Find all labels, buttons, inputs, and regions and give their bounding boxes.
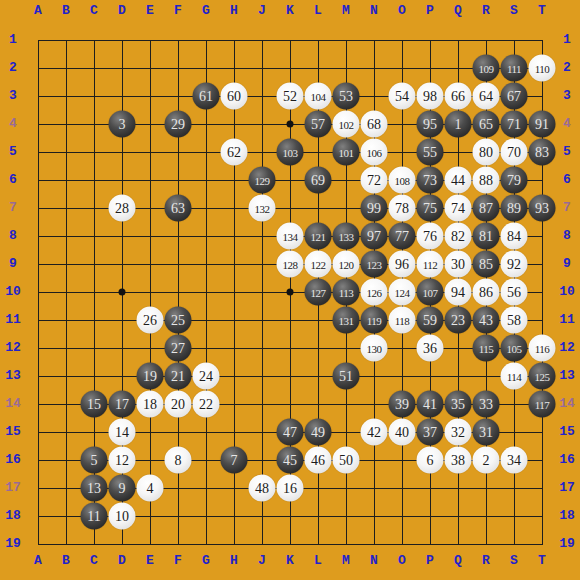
move-number: 116 — [535, 342, 550, 354]
black-stone-M13: 51 — [333, 363, 360, 390]
row-label-left-3: 3 — [3, 88, 23, 104]
move-number: 41 — [423, 396, 437, 412]
move-number: 124 — [395, 286, 410, 298]
row-label-left-7: 7 — [3, 200, 23, 216]
black-stone-M5: 101 — [333, 139, 360, 166]
col-label-bottom-M: M — [336, 553, 356, 569]
move-number: 27 — [171, 340, 185, 356]
row-label-right-6: 6 — [557, 172, 577, 188]
black-stone-K16: 45 — [277, 447, 304, 474]
move-number: 36 — [423, 340, 437, 356]
black-stone-P11: 59 — [417, 307, 444, 334]
col-label-top-L: L — [308, 3, 328, 19]
black-stone-D4: 3 — [109, 111, 136, 138]
black-stone-Q11: 23 — [445, 307, 472, 334]
move-number: 74 — [451, 200, 465, 216]
move-number: 49 — [311, 424, 325, 440]
white-stone-D16: 12 — [109, 447, 136, 474]
white-stone-S11: 58 — [501, 307, 528, 334]
white-stone-E14: 18 — [137, 391, 164, 418]
move-number: 94 — [451, 284, 465, 300]
black-stone-N7: 99 — [361, 195, 388, 222]
move-number: 123 — [367, 258, 382, 270]
move-number: 111 — [507, 62, 521, 74]
white-stone-D18: 10 — [109, 503, 136, 530]
white-stone-J17: 48 — [249, 475, 276, 502]
move-number: 2 — [483, 452, 490, 468]
black-stone-T7: 93 — [529, 195, 556, 222]
move-number: 17 — [115, 396, 129, 412]
move-number: 81 — [479, 228, 493, 244]
move-number: 76 — [423, 228, 437, 244]
col-label-top-D: D — [112, 3, 132, 19]
white-stone-K8: 134 — [277, 223, 304, 250]
black-stone-F12: 27 — [165, 335, 192, 362]
move-number: 71 — [507, 116, 521, 132]
row-label-right-15: 15 — [557, 424, 577, 440]
move-number: 33 — [479, 396, 493, 412]
row-label-left-14: 14 — [3, 396, 23, 412]
move-number: 117 — [535, 398, 550, 410]
goban[interactable]: AABBCCDDEEFFGGHHJJKKLLMMNNOOPPQQRRSSTT11… — [0, 0, 580, 580]
col-label-top-O: O — [392, 3, 412, 19]
move-number: 84 — [507, 228, 521, 244]
black-stone-S6: 79 — [501, 167, 528, 194]
move-number: 55 — [423, 144, 437, 160]
move-number: 25 — [171, 312, 185, 328]
col-label-bottom-F: F — [168, 553, 188, 569]
black-stone-P7: 75 — [417, 195, 444, 222]
black-stone-R14: 33 — [473, 391, 500, 418]
move-number: 37 — [423, 424, 437, 440]
move-number: 26 — [143, 312, 157, 328]
white-stone-G13: 24 — [193, 363, 220, 390]
move-number: 22 — [199, 396, 213, 412]
col-label-bottom-J: J — [252, 553, 272, 569]
white-stone-P16: 6 — [417, 447, 444, 474]
black-stone-M10: 113 — [333, 279, 360, 306]
col-label-top-C: C — [84, 3, 104, 19]
black-stone-D17: 9 — [109, 475, 136, 502]
white-stone-N12: 130 — [361, 335, 388, 362]
move-number: 119 — [367, 314, 382, 326]
white-stone-S8: 84 — [501, 223, 528, 250]
col-label-top-Q: Q — [448, 3, 468, 19]
move-number: 69 — [311, 172, 325, 188]
move-number: 53 — [339, 88, 353, 104]
move-number: 85 — [479, 256, 493, 272]
white-stone-L9: 122 — [305, 251, 332, 278]
row-label-right-1: 1 — [557, 32, 577, 48]
move-number: 54 — [395, 88, 409, 104]
white-stone-J7: 132 — [249, 195, 276, 222]
black-stone-Q14: 35 — [445, 391, 472, 418]
row-label-right-18: 18 — [557, 508, 577, 524]
move-number: 14 — [115, 424, 129, 440]
black-stone-S4: 71 — [501, 111, 528, 138]
col-label-top-T: T — [532, 3, 552, 19]
white-stone-M4: 102 — [333, 111, 360, 138]
move-number: 107 — [423, 286, 438, 298]
col-label-bottom-C: C — [84, 553, 104, 569]
move-number: 115 — [479, 342, 494, 354]
black-stone-E13: 19 — [137, 363, 164, 390]
white-stone-S16: 34 — [501, 447, 528, 474]
move-number: 134 — [283, 230, 298, 242]
move-number: 109 — [479, 62, 494, 74]
white-stone-R10: 86 — [473, 279, 500, 306]
black-stone-M11: 131 — [333, 307, 360, 334]
move-number: 118 — [395, 314, 410, 326]
col-label-top-J: J — [252, 3, 272, 19]
move-number: 20 — [171, 396, 185, 412]
move-number: 82 — [451, 228, 465, 244]
white-stone-Q3: 66 — [445, 83, 472, 110]
move-number: 48 — [255, 480, 269, 496]
white-stone-Q7: 74 — [445, 195, 472, 222]
move-number: 58 — [507, 312, 521, 328]
white-stone-N10: 126 — [361, 279, 388, 306]
black-stone-R15: 31 — [473, 419, 500, 446]
move-number: 46 — [311, 452, 325, 468]
black-stone-L4: 57 — [305, 111, 332, 138]
move-number: 68 — [367, 116, 381, 132]
move-number: 72 — [367, 172, 381, 188]
black-stone-L15: 49 — [305, 419, 332, 446]
move-number: 44 — [451, 172, 465, 188]
black-stone-T4: 91 — [529, 111, 556, 138]
row-label-right-3: 3 — [557, 88, 577, 104]
white-stone-O6: 108 — [389, 167, 416, 194]
black-stone-F11: 25 — [165, 307, 192, 334]
black-stone-P5: 55 — [417, 139, 444, 166]
move-number: 125 — [535, 370, 550, 382]
col-label-bottom-B: B — [56, 553, 76, 569]
black-stone-R11: 43 — [473, 307, 500, 334]
move-number: 120 — [339, 258, 354, 270]
move-number: 99 — [367, 200, 381, 216]
row-label-right-4: 4 — [557, 116, 577, 132]
black-stone-R7: 87 — [473, 195, 500, 222]
black-stone-K5: 103 — [277, 139, 304, 166]
col-label-top-K: K — [280, 3, 300, 19]
white-stone-L3: 104 — [305, 83, 332, 110]
white-stone-Q6: 44 — [445, 167, 472, 194]
col-label-bottom-E: E — [140, 553, 160, 569]
move-number: 83 — [535, 144, 549, 160]
black-stone-P14: 41 — [417, 391, 444, 418]
move-number: 102 — [339, 118, 354, 130]
black-stone-R9: 85 — [473, 251, 500, 278]
row-label-left-1: 1 — [3, 32, 23, 48]
col-label-bottom-O: O — [392, 553, 412, 569]
move-number: 73 — [423, 172, 437, 188]
col-label-top-N: N — [364, 3, 384, 19]
col-label-bottom-P: P — [420, 553, 440, 569]
move-number: 128 — [283, 258, 298, 270]
black-stone-L6: 69 — [305, 167, 332, 194]
white-stone-E11: 26 — [137, 307, 164, 334]
row-label-right-5: 5 — [557, 144, 577, 160]
black-stone-R4: 65 — [473, 111, 500, 138]
move-number: 114 — [507, 370, 522, 382]
white-stone-Q8: 82 — [445, 223, 472, 250]
col-label-bottom-S: S — [504, 553, 524, 569]
move-number: 106 — [367, 146, 382, 158]
move-number: 57 — [311, 116, 325, 132]
black-stone-O8: 77 — [389, 223, 416, 250]
move-number: 96 — [395, 256, 409, 272]
col-label-bottom-T: T — [532, 553, 552, 569]
move-number: 34 — [507, 452, 521, 468]
col-label-bottom-N: N — [364, 553, 384, 569]
white-stone-N15: 42 — [361, 419, 388, 446]
white-stone-D7: 28 — [109, 195, 136, 222]
white-stone-N5: 106 — [361, 139, 388, 166]
row-label-left-17: 17 — [3, 480, 23, 496]
move-number: 75 — [423, 200, 437, 216]
row-label-left-16: 16 — [3, 452, 23, 468]
white-stone-P9: 112 — [417, 251, 444, 278]
white-stone-K3: 52 — [277, 83, 304, 110]
white-stone-R6: 88 — [473, 167, 500, 194]
move-number: 98 — [423, 88, 437, 104]
black-stone-R8: 81 — [473, 223, 500, 250]
row-label-right-17: 17 — [557, 480, 577, 496]
move-number: 79 — [507, 172, 521, 188]
black-stone-Q4: 1 — [445, 111, 472, 138]
move-number: 110 — [535, 62, 550, 74]
row-label-left-15: 15 — [3, 424, 23, 440]
white-stone-Q15: 32 — [445, 419, 472, 446]
white-stone-O9: 96 — [389, 251, 416, 278]
move-number: 132 — [255, 202, 270, 214]
row-label-left-12: 12 — [3, 340, 23, 356]
white-stone-K9: 128 — [277, 251, 304, 278]
row-label-right-10: 10 — [557, 284, 577, 300]
col-label-top-M: M — [336, 3, 356, 19]
white-stone-N4: 68 — [361, 111, 388, 138]
col-label-bottom-H: H — [224, 553, 244, 569]
move-number: 126 — [367, 286, 382, 298]
row-label-left-5: 5 — [3, 144, 23, 160]
move-number: 42 — [367, 424, 381, 440]
black-stone-F13: 21 — [165, 363, 192, 390]
row-label-right-2: 2 — [557, 60, 577, 76]
move-number: 24 — [199, 368, 213, 384]
row-label-left-19: 19 — [3, 536, 23, 552]
star-point-K10 — [287, 289, 294, 296]
col-label-top-R: R — [476, 3, 496, 19]
move-number: 15 — [87, 396, 101, 412]
move-number: 59 — [423, 312, 437, 328]
move-number: 103 — [283, 146, 298, 158]
col-label-bottom-R: R — [476, 553, 496, 569]
black-stone-F4: 29 — [165, 111, 192, 138]
white-stone-O15: 40 — [389, 419, 416, 446]
white-stone-R5: 80 — [473, 139, 500, 166]
black-stone-S7: 89 — [501, 195, 528, 222]
col-label-bottom-A: A — [28, 553, 48, 569]
move-number: 19 — [143, 368, 157, 384]
move-number: 23 — [451, 312, 465, 328]
black-stone-C14: 15 — [81, 391, 108, 418]
black-stone-M8: 133 — [333, 223, 360, 250]
row-label-left-8: 8 — [3, 228, 23, 244]
move-number: 70 — [507, 144, 521, 160]
move-number: 29 — [171, 116, 185, 132]
row-label-left-13: 13 — [3, 368, 23, 384]
black-stone-K15: 47 — [277, 419, 304, 446]
white-stone-T2: 110 — [529, 55, 556, 82]
white-stone-K17: 16 — [277, 475, 304, 502]
row-label-left-10: 10 — [3, 284, 23, 300]
white-stone-Q16: 38 — [445, 447, 472, 474]
white-stone-M9: 120 — [333, 251, 360, 278]
black-stone-J6: 129 — [249, 167, 276, 194]
white-stone-O10: 124 — [389, 279, 416, 306]
move-number: 60 — [227, 88, 241, 104]
move-number: 56 — [507, 284, 521, 300]
black-stone-H16: 7 — [221, 447, 248, 474]
white-stone-R16: 2 — [473, 447, 500, 474]
row-label-left-4: 4 — [3, 116, 23, 132]
move-number: 92 — [507, 256, 521, 272]
white-stone-O3: 54 — [389, 83, 416, 110]
move-number: 13 — [87, 480, 101, 496]
move-number: 47 — [283, 424, 297, 440]
row-label-right-13: 13 — [557, 368, 577, 384]
black-stone-C16: 5 — [81, 447, 108, 474]
move-number: 95 — [423, 116, 437, 132]
white-stone-M16: 50 — [333, 447, 360, 474]
row-label-left-11: 11 — [3, 312, 23, 328]
black-stone-T14: 117 — [529, 391, 556, 418]
move-number: 88 — [479, 172, 493, 188]
move-number: 8 — [175, 452, 182, 468]
black-stone-S3: 67 — [501, 83, 528, 110]
white-stone-H3: 60 — [221, 83, 248, 110]
row-label-right-16: 16 — [557, 452, 577, 468]
move-number: 63 — [171, 200, 185, 216]
black-stone-S12: 105 — [501, 335, 528, 362]
row-label-right-9: 9 — [557, 256, 577, 272]
move-number: 113 — [339, 286, 354, 298]
white-stone-Q10: 94 — [445, 279, 472, 306]
move-number: 30 — [451, 256, 465, 272]
white-stone-S10: 56 — [501, 279, 528, 306]
move-number: 130 — [367, 342, 382, 354]
white-stone-H5: 62 — [221, 139, 248, 166]
move-number: 122 — [311, 258, 326, 270]
col-label-top-F: F — [168, 3, 188, 19]
move-number: 131 — [339, 314, 354, 326]
move-number: 39 — [395, 396, 409, 412]
white-stone-E17: 4 — [137, 475, 164, 502]
move-number: 45 — [283, 452, 297, 468]
col-label-bottom-L: L — [308, 553, 328, 569]
black-stone-S2: 111 — [501, 55, 528, 82]
black-stone-T5: 83 — [529, 139, 556, 166]
move-number: 65 — [479, 116, 493, 132]
move-number: 31 — [479, 424, 493, 440]
move-number: 86 — [479, 284, 493, 300]
star-point-K4 — [287, 121, 294, 128]
white-stone-R3: 64 — [473, 83, 500, 110]
move-number: 101 — [339, 146, 354, 158]
col-label-top-A: A — [28, 3, 48, 19]
move-number: 105 — [507, 342, 522, 354]
move-number: 9 — [119, 480, 126, 496]
row-label-left-2: 2 — [3, 60, 23, 76]
row-label-left-9: 9 — [3, 256, 23, 272]
move-number: 127 — [311, 286, 326, 298]
move-number: 67 — [507, 88, 521, 104]
white-stone-L16: 46 — [305, 447, 332, 474]
black-stone-R12: 115 — [473, 335, 500, 362]
row-label-right-8: 8 — [557, 228, 577, 244]
move-number: 51 — [339, 368, 353, 384]
move-number: 80 — [479, 144, 493, 160]
white-stone-P8: 76 — [417, 223, 444, 250]
move-number: 32 — [451, 424, 465, 440]
move-number: 3 — [119, 116, 126, 132]
black-stone-P4: 95 — [417, 111, 444, 138]
move-number: 6 — [427, 452, 434, 468]
move-number: 104 — [311, 90, 326, 102]
white-stone-S9: 92 — [501, 251, 528, 278]
move-number: 35 — [451, 396, 465, 412]
move-number: 78 — [395, 200, 409, 216]
move-number: 50 — [339, 452, 353, 468]
col-label-top-E: E — [140, 3, 160, 19]
black-stone-G3: 61 — [193, 83, 220, 110]
black-stone-R2: 109 — [473, 55, 500, 82]
black-stone-M3: 53 — [333, 83, 360, 110]
black-stone-N8: 97 — [361, 223, 388, 250]
col-label-top-S: S — [504, 3, 524, 19]
white-stone-F16: 8 — [165, 447, 192, 474]
move-number: 62 — [227, 144, 241, 160]
black-stone-N11: 119 — [361, 307, 388, 334]
move-number: 129 — [255, 174, 270, 186]
black-stone-O14: 39 — [389, 391, 416, 418]
move-number: 121 — [311, 230, 326, 242]
black-stone-L10: 127 — [305, 279, 332, 306]
white-stone-N6: 72 — [361, 167, 388, 194]
white-stone-T12: 116 — [529, 335, 556, 362]
row-label-right-11: 11 — [557, 312, 577, 328]
col-label-top-P: P — [420, 3, 440, 19]
white-stone-P3: 98 — [417, 83, 444, 110]
white-stone-P12: 36 — [417, 335, 444, 362]
move-number: 93 — [535, 200, 549, 216]
black-stone-N9: 123 — [361, 251, 388, 278]
row-label-right-19: 19 — [557, 536, 577, 552]
col-label-bottom-Q: Q — [448, 553, 468, 569]
move-number: 4 — [147, 480, 154, 496]
white-stone-Q9: 30 — [445, 251, 472, 278]
col-label-top-B: B — [56, 3, 76, 19]
row-label-left-18: 18 — [3, 508, 23, 524]
star-point-D10 — [119, 289, 126, 296]
move-number: 5 — [91, 452, 98, 468]
move-number: 108 — [395, 174, 410, 186]
move-number: 28 — [115, 200, 129, 216]
black-stone-P15: 37 — [417, 419, 444, 446]
move-number: 133 — [339, 230, 354, 242]
white-stone-S13: 114 — [501, 363, 528, 390]
